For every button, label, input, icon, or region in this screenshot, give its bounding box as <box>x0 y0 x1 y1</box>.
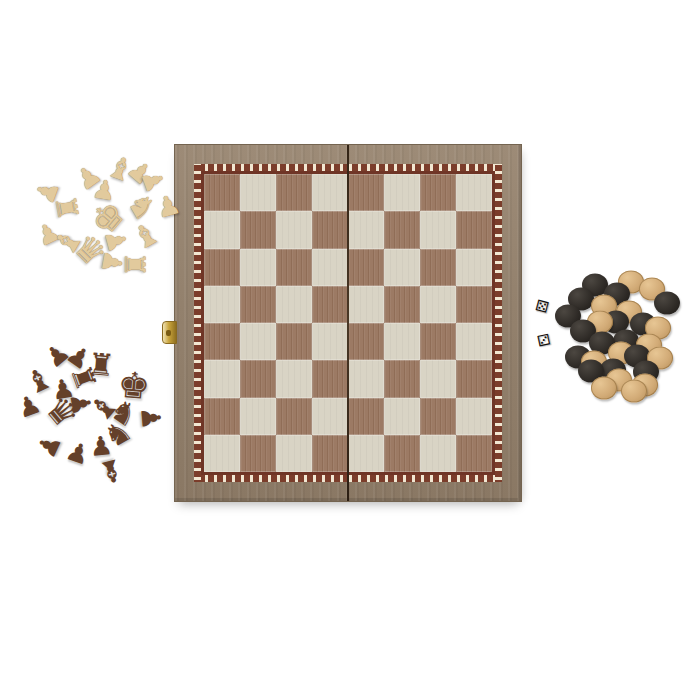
checkers-disc-tan <box>591 377 617 400</box>
board-cell <box>384 360 420 397</box>
board-cell <box>384 249 420 286</box>
board-cell <box>276 174 312 211</box>
chess-piece-bishop: ♝ <box>94 453 128 489</box>
chess-piece-rook: ♜ <box>50 193 82 223</box>
checkers-disc-black <box>582 274 608 297</box>
board-cell <box>420 323 456 360</box>
checkers-disc-black <box>565 346 591 369</box>
chess-piece-pawn: ♟ <box>40 338 75 373</box>
board-cell <box>276 211 312 248</box>
chess-piece-pawn: ♟ <box>66 390 96 417</box>
chess-piece-pawn: ♟ <box>14 390 45 422</box>
chess-piece-knight: ♞ <box>104 393 143 433</box>
chess-piece-queen: ♛ <box>67 227 113 273</box>
board-cell <box>456 211 492 248</box>
board-cell <box>204 360 240 397</box>
chess-piece-pawn: ♟ <box>123 155 158 190</box>
board-cell <box>456 360 492 397</box>
checkers-disc-tan <box>591 295 617 318</box>
chess-piece-bishop: ♝ <box>20 362 57 401</box>
checkers-disc-tan <box>621 380 647 403</box>
board-cell <box>420 360 456 397</box>
board-cell <box>240 323 276 360</box>
chess-piece-knight: ♞ <box>122 188 161 226</box>
board-cell <box>312 286 348 323</box>
die-icon: ⚄ <box>534 298 550 316</box>
chess-piece-pawn: ♟ <box>32 217 64 250</box>
board-cell <box>348 360 384 397</box>
chess-piece-pawn: ♟ <box>137 166 169 197</box>
checkers-disc-black <box>633 361 659 384</box>
board-cell <box>312 249 348 286</box>
checkers-disc-black <box>570 320 596 343</box>
chess-piece-bishop: ♝ <box>48 223 87 261</box>
checkers-disc-tan <box>632 374 658 397</box>
board-cell <box>240 435 276 472</box>
board-cell <box>312 211 348 248</box>
board-cell <box>384 435 420 472</box>
board-cell <box>204 323 240 360</box>
checkers-disc-black <box>555 305 581 328</box>
checkers-disc-tan <box>647 347 673 370</box>
board-cell <box>384 211 420 248</box>
chess-piece-bishop: ♝ <box>84 388 124 428</box>
board-cell <box>348 435 384 472</box>
checkers-disc-black <box>600 359 626 382</box>
board-cell <box>348 249 384 286</box>
checkers-disc-tan <box>581 351 607 374</box>
chess-piece-pawn: ♟ <box>49 374 76 404</box>
checkers-disc-black <box>654 292 680 315</box>
product-photo: ♟♟♝♟♟♟♜♚♞♟♟♝♛♟♝♟♜ ♟♟♜♝♜♟♚♟♛♟♝♞♟♟♟♟♞♝ ⚄⚂ <box>0 0 700 700</box>
checkers-disc-black <box>624 345 650 368</box>
chess-piece-pawn: ♟ <box>32 430 65 462</box>
chess-piece-pawn: ♟ <box>70 159 105 195</box>
board-cell <box>384 398 420 435</box>
chess-piece-rook: ♜ <box>120 251 148 276</box>
board-cell <box>204 398 240 435</box>
board-cell <box>456 435 492 472</box>
board-cell <box>204 174 240 211</box>
checkers-disc-tan <box>618 271 644 294</box>
board-cell <box>312 398 348 435</box>
chess-piece-king: ♚ <box>116 367 151 406</box>
board-cell <box>312 435 348 472</box>
checkers-disc-tan <box>606 369 632 392</box>
board-cell <box>420 398 456 435</box>
board-cell <box>420 435 456 472</box>
checkers-disc-black <box>589 332 615 355</box>
board-cell <box>420 211 456 248</box>
chess-piece-pawn: ♟ <box>62 340 96 375</box>
checkers-disc-black <box>613 330 639 353</box>
board-cell <box>276 360 312 397</box>
board-cell <box>276 286 312 323</box>
board-cell <box>384 286 420 323</box>
board-cell <box>456 398 492 435</box>
checkers-disc-tan <box>645 317 671 340</box>
chess-piece-pawn: ♟ <box>137 405 165 430</box>
board-cell <box>276 249 312 286</box>
checkers-disc-tan <box>616 301 642 324</box>
board-cell <box>240 286 276 323</box>
board-cell <box>456 286 492 323</box>
board-cell <box>456 323 492 360</box>
board-cell <box>312 174 348 211</box>
checkers-disc-black <box>603 311 629 334</box>
board-cell <box>276 398 312 435</box>
checkers-disc-black <box>568 288 594 311</box>
chess-piece-bishop: ♝ <box>102 150 138 187</box>
board-cell <box>204 435 240 472</box>
board-cell <box>240 360 276 397</box>
checkers-disc-black <box>604 283 630 306</box>
board-cell <box>348 398 384 435</box>
chess-piece-pawn: ♟ <box>31 177 63 208</box>
board-cell <box>456 249 492 286</box>
board-cell <box>204 249 240 286</box>
board-cell <box>384 323 420 360</box>
board-cell <box>276 435 312 472</box>
chess-piece-pawn: ♟ <box>97 248 127 275</box>
board-cell <box>348 323 384 360</box>
chess-piece-queen: ♛ <box>39 389 85 434</box>
checkers-disc-tan <box>608 342 634 365</box>
board-cell <box>456 174 492 211</box>
checkers-disc-black <box>578 360 604 383</box>
chess-board <box>174 144 522 502</box>
board-cell <box>240 174 276 211</box>
chess-piece-rook: ♜ <box>86 349 115 381</box>
chess-piece-king: ♚ <box>84 194 132 242</box>
die-icon: ⚂ <box>536 332 552 349</box>
board-cell <box>312 323 348 360</box>
board-fold-seam <box>347 145 349 501</box>
border-dots-left <box>194 164 201 482</box>
board-cell <box>204 286 240 323</box>
checkers-disc-black <box>630 313 656 336</box>
board-cell <box>240 249 276 286</box>
board-cell <box>312 360 348 397</box>
chess-piece-pawn: ♟ <box>63 437 94 469</box>
chess-piece-bishop: ♝ <box>127 216 165 255</box>
board-cell <box>420 249 456 286</box>
checkers-disc-tan <box>587 311 613 334</box>
chess-piece-rook: ♜ <box>66 361 101 394</box>
board-cell <box>204 211 240 248</box>
chess-piece-pawn: ♟ <box>100 226 131 255</box>
chess-piece-pawn: ♟ <box>90 175 117 205</box>
board-cell <box>420 286 456 323</box>
chess-piece-pawn: ♟ <box>88 432 113 460</box>
chess-piece-knight: ♞ <box>99 414 137 453</box>
board-cell <box>420 174 456 211</box>
board-cell <box>348 286 384 323</box>
board-cell <box>348 174 384 211</box>
board-cell <box>276 323 312 360</box>
board-cell <box>348 211 384 248</box>
border-dots-right <box>495 164 502 482</box>
board-cell <box>240 398 276 435</box>
checkers-disc-tan <box>636 334 662 357</box>
checkers-disc-tan <box>639 278 665 301</box>
board-cell <box>240 211 276 248</box>
board-cell <box>384 174 420 211</box>
brass-clasp-icon <box>162 321 177 344</box>
